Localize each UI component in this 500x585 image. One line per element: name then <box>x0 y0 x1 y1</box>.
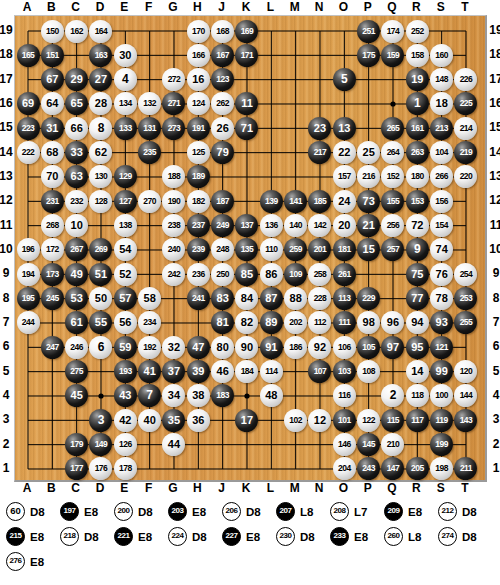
col-label-top-S: S <box>431 0 451 14</box>
caption-stone-260: 260 <box>384 527 403 546</box>
stone-B14-move-68: 68 <box>41 141 64 164</box>
col-label-bottom-S: S <box>431 481 451 495</box>
stone-L5-move-114: 114 <box>260 360 283 383</box>
caption-point-221: E8 <box>138 531 152 543</box>
stone-R3-move-117: 117 <box>406 409 429 432</box>
stone-R12-move-153: 153 <box>406 190 429 213</box>
caption-stone-218: 218 <box>60 527 79 546</box>
row-label-right-15: 15 <box>486 120 500 134</box>
col-label-bottom-E: E <box>114 481 134 495</box>
col-label-bottom-M: M <box>285 481 305 495</box>
stone-B15-move-31: 31 <box>41 117 64 140</box>
caption-point-206: D8 <box>246 506 261 518</box>
stone-P18-move-175: 175 <box>357 44 380 67</box>
stone-B17-move-67: 67 <box>41 68 64 91</box>
caption-stone-230: 230 <box>276 527 295 546</box>
stone-H17-move-16: 16 <box>187 68 210 91</box>
col-label-top-Q: Q <box>382 0 402 14</box>
col-label-bottom-O: O <box>333 481 353 495</box>
row-label-right-3: 3 <box>486 412 500 426</box>
caption-point-276: E8 <box>30 556 44 568</box>
star-point-Q16 <box>390 101 395 106</box>
caption-stone-200: 200 <box>114 502 133 521</box>
stone-E11-move-138: 138 <box>114 214 137 237</box>
caption-move-221: 221E8 <box>114 526 168 547</box>
stone-A15-move-223: 223 <box>17 117 40 140</box>
row-label-right-8: 8 <box>486 291 500 305</box>
stone-O17-move-5: 5 <box>333 68 356 91</box>
caption-point-212: D8 <box>462 506 477 518</box>
caption-point-208: L7 <box>354 506 367 518</box>
col-label-top-B: B <box>41 0 61 14</box>
stone-H9-move-236: 236 <box>187 263 210 286</box>
stone-O12-move-24: 24 <box>333 190 356 213</box>
caption-point-200: D8 <box>138 506 153 518</box>
stone-R19-move-252: 252 <box>406 20 429 43</box>
stone-D19-move-164: 164 <box>89 20 112 43</box>
stone-P3-move-122: 122 <box>357 409 380 432</box>
stone-A7-move-244: 244 <box>17 311 40 334</box>
caption-move-260: 260L8 <box>384 526 438 547</box>
caption-move-60: 60D8 <box>6 501 60 522</box>
stone-K19-move-169: 169 <box>235 20 258 43</box>
caption-point-224: D8 <box>192 531 207 543</box>
col-label-bottom-F: F <box>139 481 159 495</box>
caption-stone-227: 227 <box>222 527 241 546</box>
stone-H8-move-241: 241 <box>187 287 210 310</box>
stone-R17-move-19: 19 <box>406 68 429 91</box>
caption-move-230: 230D8 <box>276 526 330 547</box>
stone-A8-move-195: 195 <box>17 287 40 310</box>
stone-M3-move-102: 102 <box>284 409 307 432</box>
star-point-D4 <box>98 393 103 398</box>
caption-stone-60: 60 <box>6 502 25 521</box>
stone-R11-move-72: 72 <box>406 214 429 237</box>
caption-stone-276: 276 <box>6 552 25 571</box>
stone-C15-move-66: 66 <box>65 117 88 140</box>
stone-A16-move-69: 69 <box>17 92 40 115</box>
caption-move-209: 209E8 <box>384 501 438 522</box>
caption-point-230: D8 <box>300 531 315 543</box>
stone-P6-move-105: 105 <box>357 336 380 359</box>
stone-E8-move-57: 57 <box>114 287 137 310</box>
stone-H5-move-39: 39 <box>187 360 210 383</box>
row-label-right-19: 19 <box>486 23 500 37</box>
stone-J9-move-250: 250 <box>211 263 234 286</box>
col-label-top-O: O <box>333 0 353 14</box>
caption-stone-207: 207 <box>276 502 295 521</box>
stone-A18-move-165: 165 <box>17 44 40 67</box>
repeated-move-caption: 60D8197E8200D8203E8206D8207L8208L7209E82… <box>6 501 498 576</box>
stone-B18-move-151: 151 <box>41 44 64 67</box>
row-label-right-2: 2 <box>486 437 500 451</box>
stone-J18-move-167: 167 <box>211 44 234 67</box>
row-label-right-18: 18 <box>486 47 500 61</box>
star-point-K4 <box>244 393 249 398</box>
stone-J19-move-168: 168 <box>211 20 234 43</box>
caption-point-274: D8 <box>462 531 477 543</box>
col-label-bottom-N: N <box>309 481 329 495</box>
stone-L6-move-91: 91 <box>260 336 283 359</box>
caption-move-208: 208L7 <box>330 501 384 522</box>
caption-point-227: E8 <box>246 531 260 543</box>
caption-stone-197: 197 <box>60 502 79 521</box>
stone-F12-move-270: 270 <box>138 190 161 213</box>
col-label-top-L: L <box>260 0 280 14</box>
stone-P19-move-251: 251 <box>357 20 380 43</box>
stone-B6-move-247: 247 <box>41 336 64 359</box>
caption-move-233: 233E8 <box>330 526 384 547</box>
row-label-right-16: 16 <box>486 96 500 110</box>
col-label-top-N: N <box>309 0 329 14</box>
stone-L12-move-139: 139 <box>260 190 283 213</box>
row-label-right-6: 6 <box>486 339 500 353</box>
row-label-right-9: 9 <box>486 266 500 280</box>
stone-R9-move-75: 75 <box>406 263 429 286</box>
col-label-bottom-T: T <box>455 481 475 495</box>
stone-E5-move-193: 193 <box>114 360 137 383</box>
stone-A9-move-194: 194 <box>17 263 40 286</box>
stone-S9-move-76: 76 <box>430 263 453 286</box>
caption-point-215: E8 <box>30 531 44 543</box>
col-label-bottom-D: D <box>90 481 110 495</box>
col-label-top-C: C <box>66 0 86 14</box>
stone-O3-move-101: 101 <box>333 409 356 432</box>
stone-M6-move-186: 186 <box>284 336 307 359</box>
stone-J12-move-187: 187 <box>211 190 234 213</box>
stone-E3-move-42: 42 <box>114 409 137 432</box>
col-label-bottom-P: P <box>358 481 378 495</box>
col-label-top-F: F <box>139 0 159 14</box>
caption-move-200: 200D8 <box>114 501 168 522</box>
caption-point-233: E8 <box>354 531 368 543</box>
stone-H11-move-237: 237 <box>187 214 210 237</box>
col-label-bottom-J: J <box>212 481 232 495</box>
col-label-bottom-Q: Q <box>382 481 402 495</box>
col-label-top-P: P <box>358 0 378 14</box>
caption-move-224: 224D8 <box>168 526 222 547</box>
stone-C9-move-49: 49 <box>65 263 88 286</box>
row-label-right-1: 1 <box>486 461 500 475</box>
caption-stone-224: 224 <box>168 527 187 546</box>
stone-C6-move-246: 246 <box>65 336 88 359</box>
stone-E2-move-126: 126 <box>114 433 137 456</box>
stone-E9-move-52: 52 <box>114 263 137 286</box>
stone-E18-move-30: 30 <box>114 44 137 67</box>
stone-B19-move-150: 150 <box>41 20 64 43</box>
stone-S12-move-156: 156 <box>430 190 453 213</box>
stone-H3-move-36: 36 <box>187 409 210 432</box>
caption-point-197: E8 <box>84 506 98 518</box>
stone-O5-move-103: 103 <box>333 360 356 383</box>
caption-point-207: L8 <box>300 506 313 518</box>
col-label-top-R: R <box>406 0 426 14</box>
col-label-bottom-C: C <box>66 481 86 495</box>
caption-point-218: D8 <box>84 531 99 543</box>
stone-L9-move-86: 86 <box>260 263 283 286</box>
caption-point-260: L8 <box>408 531 421 543</box>
stone-M9-move-109: 109 <box>284 263 307 286</box>
stone-H19-move-170: 170 <box>187 20 210 43</box>
col-label-bottom-G: G <box>163 481 183 495</box>
stone-B8-move-245: 245 <box>41 287 64 310</box>
caption-stone-274: 274 <box>438 527 457 546</box>
stone-R6-move-95: 95 <box>406 336 429 359</box>
stone-L8-move-87: 87 <box>260 287 283 310</box>
row-label-right-12: 12 <box>486 193 500 207</box>
stone-S15-move-213: 213 <box>430 117 453 140</box>
col-label-top-G: G <box>163 0 183 14</box>
stone-E12-move-127: 127 <box>114 190 137 213</box>
col-label-top-E: E <box>114 0 134 14</box>
stone-B9-move-173: 173 <box>41 263 64 286</box>
caption-move-212: 212D8 <box>438 501 492 522</box>
stone-Q19-move-174: 174 <box>381 20 404 43</box>
col-label-top-M: M <box>285 0 305 14</box>
row-label-right-10: 10 <box>486 242 500 256</box>
stone-O8-move-113: 113 <box>333 287 356 310</box>
stone-B11-move-268: 268 <box>41 214 64 237</box>
caption-move-206: 206D8 <box>222 501 276 522</box>
col-label-top-T: T <box>455 0 475 14</box>
col-label-bottom-H: H <box>187 481 207 495</box>
stone-R15-move-161: 161 <box>406 117 429 140</box>
caption-point-60: D8 <box>30 506 45 518</box>
caption-move-227: 227E8 <box>222 526 276 547</box>
col-label-bottom-A: A <box>17 481 37 495</box>
stone-S6-move-121: 121 <box>430 336 453 359</box>
stone-S3-move-119: 119 <box>430 409 453 432</box>
stone-R8-move-77: 77 <box>406 287 429 310</box>
caption-stone-233: 233 <box>330 527 349 546</box>
stone-O2-move-146: 146 <box>333 433 356 456</box>
stone-J15-move-26: 26 <box>211 117 234 140</box>
stone-H15-move-191: 191 <box>187 117 210 140</box>
col-label-top-J: J <box>212 0 232 14</box>
col-label-bottom-L: L <box>260 481 280 495</box>
stone-F3-move-40: 40 <box>138 409 161 432</box>
stone-H6-move-47: 47 <box>187 336 210 359</box>
caption-stone-206: 206 <box>222 502 241 521</box>
stone-H14-move-125: 125 <box>187 141 210 164</box>
go-board[interactable]: 1501621641701681692511742521651511633016… <box>14 15 487 482</box>
caption-move-215: 215E8 <box>6 526 60 547</box>
caption-move-203: 203E8 <box>168 501 222 522</box>
caption-point-203: E8 <box>192 506 206 518</box>
caption-stone-208: 208 <box>330 502 349 521</box>
caption-move-276: 276E8 <box>6 551 60 572</box>
stone-H12-move-182: 182 <box>187 190 210 213</box>
caption-stone-221: 221 <box>114 527 133 546</box>
col-label-top-K: K <box>236 0 256 14</box>
stone-O11-move-20: 20 <box>333 214 356 237</box>
stone-C12-move-232: 232 <box>65 190 88 213</box>
stone-R18-move-158: 158 <box>406 44 429 67</box>
stone-A14-move-222: 222 <box>17 141 40 164</box>
row-label-right-4: 4 <box>486 388 500 402</box>
col-label-top-A: A <box>17 0 37 14</box>
row-label-right-5: 5 <box>486 364 500 378</box>
stone-P12-move-73: 73 <box>357 190 380 213</box>
go-kifu-diagram: ABCDEFGHJKLMNOPQRST ABCDEFGHJKLMNOPQRST … <box>0 0 500 585</box>
caption-move-207: 207L8 <box>276 501 330 522</box>
caption-stone-209: 209 <box>384 502 403 521</box>
stone-O15-move-13: 13 <box>333 117 356 140</box>
col-label-top-H: H <box>187 0 207 14</box>
row-label-right-14: 14 <box>486 145 500 159</box>
stone-E6-move-59: 59 <box>114 336 137 359</box>
caption-stone-203: 203 <box>168 502 187 521</box>
stone-O6-move-106: 106 <box>333 336 356 359</box>
stone-E15-move-133: 133 <box>114 117 137 140</box>
col-label-bottom-B: B <box>41 481 61 495</box>
stone-A10-move-196: 196 <box>17 238 40 261</box>
row-label-right-17: 17 <box>486 72 500 86</box>
stone-C19-move-162: 162 <box>65 20 88 43</box>
stone-R14-move-263: 263 <box>406 141 429 164</box>
caption-move-197: 197E8 <box>60 501 114 522</box>
stone-O14-move-22: 22 <box>333 141 356 164</box>
col-label-top-D: D <box>90 0 110 14</box>
row-label-right-11: 11 <box>486 218 500 232</box>
stone-R5-move-14: 14 <box>406 360 429 383</box>
stone-B12-move-231: 231 <box>41 190 64 213</box>
stone-E17-move-4: 4 <box>114 68 137 91</box>
stone-F6-move-192: 192 <box>138 336 161 359</box>
stone-J6-move-80: 80 <box>211 336 234 359</box>
caption-stone-215: 215 <box>6 527 25 546</box>
col-label-bottom-K: K <box>236 481 256 495</box>
col-label-bottom-R: R <box>406 481 426 495</box>
stone-L11-move-136: 136 <box>260 214 283 237</box>
row-label-right-7: 7 <box>486 315 500 329</box>
stone-H18-move-166: 166 <box>187 44 210 67</box>
caption-stone-212: 212 <box>438 502 457 521</box>
caption-move-218: 218D8 <box>60 526 114 547</box>
stone-S18-move-160: 160 <box>430 44 453 67</box>
stone-O9-move-261: 261 <box>333 263 356 286</box>
stone-F15-move-131: 131 <box>138 117 161 140</box>
caption-point-209: E8 <box>408 506 422 518</box>
stone-M12-move-141: 141 <box>284 190 307 213</box>
caption-move-274: 274D8 <box>438 526 492 547</box>
row-label-right-13: 13 <box>486 169 500 183</box>
